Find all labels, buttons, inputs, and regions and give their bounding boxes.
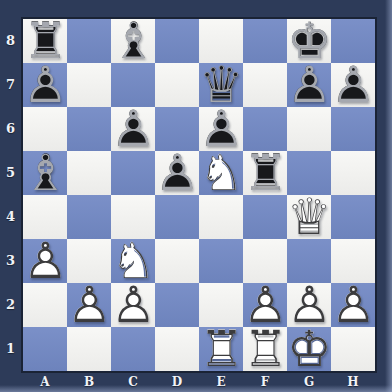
rank-label-5: 5	[0, 151, 21, 195]
square-d8[interactable]	[155, 19, 199, 63]
black-queen-e7[interactable]: ♛♕	[199, 63, 243, 107]
piece-glyph-outline: ♙	[155, 151, 199, 195]
square-f5[interactable]: ♜♖	[243, 151, 287, 195]
file-label-c: C	[111, 374, 155, 390]
square-a3[interactable]: ♟♙	[23, 239, 67, 283]
square-a7[interactable]: ♟♙	[23, 63, 67, 107]
piece-glyph-outline: ♙	[111, 107, 155, 151]
file-label-h: H	[331, 374, 375, 390]
square-f3[interactable]	[243, 239, 287, 283]
square-d6[interactable]	[155, 107, 199, 151]
piece-glyph-outline: ♖	[243, 327, 287, 371]
rank-label-2: 2	[0, 283, 21, 327]
piece-glyph-fill: ♟	[199, 107, 243, 151]
piece-glyph-fill: ♟	[287, 283, 331, 327]
white-pawn-f2[interactable]: ♟♙	[243, 283, 287, 327]
square-a4[interactable]	[23, 195, 67, 239]
piece-glyph-outline: ♖	[23, 19, 67, 63]
piece-glyph-outline: ♙	[287, 283, 331, 327]
square-e1[interactable]: ♜♖	[199, 327, 243, 371]
piece-glyph-fill: ♟	[287, 63, 331, 107]
square-f2[interactable]: ♟♙	[243, 283, 287, 327]
square-a8[interactable]: ♜♖	[23, 19, 67, 63]
square-h6[interactable]	[331, 107, 375, 151]
square-h1[interactable]	[331, 327, 375, 371]
piece-glyph-fill: ♟	[155, 151, 199, 195]
piece-glyph-outline: ♗	[23, 151, 67, 195]
square-h5[interactable]	[331, 151, 375, 195]
square-c6[interactable]: ♟♙	[111, 107, 155, 151]
rank-label-7: 7	[0, 63, 21, 107]
chess-board: ♜♖♝♗♚♔♟♙♛♕♟♙♟♙♟♙♟♙♝♗♟♙♞♘♜♖♛♕♟♙♞♘♟♙♟♙♟♙♟♙…	[21, 17, 377, 373]
square-g3[interactable]	[287, 239, 331, 283]
black-pawn-c6[interactable]: ♟♙	[111, 107, 155, 151]
square-a6[interactable]	[23, 107, 67, 151]
white-rook-e1[interactable]: ♜♖	[199, 327, 243, 371]
piece-glyph-outline: ♙	[23, 63, 67, 107]
piece-glyph-fill: ♟	[67, 283, 111, 327]
square-b8[interactable]	[67, 19, 111, 63]
rank-label-8: 8	[0, 19, 21, 63]
board-frame: ♜♖♝♗♚♔♟♙♛♕♟♙♟♙♟♙♟♙♝♗♟♙♞♘♜♖♛♕♟♙♞♘♟♙♟♙♟♙♟♙…	[0, 0, 392, 392]
square-h3[interactable]	[331, 239, 375, 283]
piece-glyph-fill: ♜	[199, 327, 243, 371]
square-f1[interactable]: ♜♖	[243, 327, 287, 371]
square-g2[interactable]: ♟♙	[287, 283, 331, 327]
square-g4[interactable]: ♛♕	[287, 195, 331, 239]
piece-glyph-fill: ♟	[111, 107, 155, 151]
black-pawn-e6[interactable]: ♟♙	[199, 107, 243, 151]
piece-glyph-fill: ♜	[243, 151, 287, 195]
square-e6[interactable]: ♟♙	[199, 107, 243, 151]
white-knight-c3[interactable]: ♞♘	[111, 239, 155, 283]
piece-glyph-fill: ♚	[287, 19, 331, 63]
black-king-g8[interactable]: ♚♔	[287, 19, 331, 63]
piece-glyph-fill: ♟	[23, 239, 67, 283]
white-pawn-c2[interactable]: ♟♙	[111, 283, 155, 327]
square-b7[interactable]	[67, 63, 111, 107]
square-g5[interactable]	[287, 151, 331, 195]
piece-glyph-outline: ♗	[111, 19, 155, 63]
square-h8[interactable]	[331, 19, 375, 63]
square-b2[interactable]: ♟♙	[67, 283, 111, 327]
piece-glyph-fill: ♝	[111, 19, 155, 63]
square-d1[interactable]	[155, 327, 199, 371]
piece-glyph-outline: ♘	[111, 239, 155, 283]
piece-glyph-outline: ♙	[23, 239, 67, 283]
white-pawn-h2[interactable]: ♟♙	[331, 283, 375, 327]
rank-label-1: 1	[0, 327, 21, 371]
square-c4[interactable]	[111, 195, 155, 239]
rank-label-3: 3	[0, 239, 21, 283]
black-bishop-a5[interactable]: ♝♗	[23, 151, 67, 195]
piece-glyph-fill: ♟	[331, 63, 375, 107]
square-a2[interactable]	[23, 283, 67, 327]
square-g6[interactable]	[287, 107, 331, 151]
piece-glyph-fill: ♟	[243, 283, 287, 327]
square-e7[interactable]: ♛♕	[199, 63, 243, 107]
piece-glyph-outline: ♙	[331, 63, 375, 107]
white-rook-f1[interactable]: ♜♖	[243, 327, 287, 371]
piece-glyph-fill: ♝	[23, 151, 67, 195]
piece-glyph-fill: ♞	[199, 151, 243, 195]
file-label-e: E	[199, 374, 243, 390]
piece-glyph-outline: ♙	[331, 283, 375, 327]
piece-glyph-outline: ♙	[243, 283, 287, 327]
square-c1[interactable]	[111, 327, 155, 371]
square-g1[interactable]: ♚♔	[287, 327, 331, 371]
square-b3[interactable]	[67, 239, 111, 283]
square-b1[interactable]	[67, 327, 111, 371]
square-h4[interactable]	[331, 195, 375, 239]
white-pawn-g2[interactable]: ♟♙	[287, 283, 331, 327]
black-pawn-g7[interactable]: ♟♙	[287, 63, 331, 107]
square-e8[interactable]	[199, 19, 243, 63]
square-c5[interactable]	[111, 151, 155, 195]
white-queen-g4[interactable]: ♛♕	[287, 195, 331, 239]
square-e3[interactable]	[199, 239, 243, 283]
white-pawn-a3[interactable]: ♟♙	[23, 239, 67, 283]
square-e4[interactable]	[199, 195, 243, 239]
piece-glyph-outline: ♙	[199, 107, 243, 151]
square-d7[interactable]	[155, 63, 199, 107]
piece-glyph-fill: ♟	[111, 283, 155, 327]
piece-glyph-outline: ♖	[243, 151, 287, 195]
square-g8[interactable]: ♚♔	[287, 19, 331, 63]
file-label-a: A	[23, 374, 67, 390]
piece-glyph-fill: ♜	[243, 327, 287, 371]
white-knight-e5[interactable]: ♞♘	[199, 151, 243, 195]
square-b6[interactable]	[67, 107, 111, 151]
file-label-d: D	[155, 374, 199, 390]
square-d2[interactable]	[155, 283, 199, 327]
piece-glyph-outline: ♕	[199, 63, 243, 107]
square-d4[interactable]	[155, 195, 199, 239]
black-pawn-a7[interactable]: ♟♙	[23, 63, 67, 107]
rank-label-4: 4	[0, 195, 21, 239]
piece-glyph-outline: ♙	[111, 283, 155, 327]
piece-glyph-fill: ♟	[23, 63, 67, 107]
piece-glyph-outline: ♕	[287, 195, 331, 239]
square-h2[interactable]: ♟♙	[331, 283, 375, 327]
square-d5[interactable]: ♟♙	[155, 151, 199, 195]
file-label-b: B	[67, 374, 111, 390]
square-b5[interactable]	[67, 151, 111, 195]
piece-glyph-outline: ♔	[287, 327, 331, 371]
square-g7[interactable]: ♟♙	[287, 63, 331, 107]
square-f6[interactable]	[243, 107, 287, 151]
square-a5[interactable]: ♝♗	[23, 151, 67, 195]
square-e2[interactable]	[199, 283, 243, 327]
square-e5[interactable]: ♞♘	[199, 151, 243, 195]
piece-glyph-outline: ♔	[287, 19, 331, 63]
square-c2[interactable]: ♟♙	[111, 283, 155, 327]
black-rook-f5[interactable]: ♜♖	[243, 151, 287, 195]
piece-glyph-outline: ♙	[287, 63, 331, 107]
piece-glyph-fill: ♞	[111, 239, 155, 283]
square-a1[interactable]	[23, 327, 67, 371]
white-king-g1[interactable]: ♚♔	[287, 327, 331, 371]
piece-glyph-fill: ♚	[287, 327, 331, 371]
square-b4[interactable]	[67, 195, 111, 239]
file-label-g: G	[287, 374, 331, 390]
white-pawn-b2[interactable]: ♟♙	[67, 283, 111, 327]
piece-glyph-fill: ♛	[287, 195, 331, 239]
square-f4[interactable]	[243, 195, 287, 239]
rank-label-6: 6	[0, 107, 21, 151]
piece-glyph-outline: ♙	[67, 283, 111, 327]
black-bishop-c8[interactable]: ♝♗	[111, 19, 155, 63]
piece-glyph-fill: ♟	[331, 283, 375, 327]
black-pawn-h7[interactable]: ♟♙	[331, 63, 375, 107]
square-h7[interactable]: ♟♙	[331, 63, 375, 107]
square-d3[interactable]	[155, 239, 199, 283]
square-c3[interactable]: ♞♘	[111, 239, 155, 283]
black-pawn-d5[interactable]: ♟♙	[155, 151, 199, 195]
piece-glyph-fill: ♜	[23, 19, 67, 63]
file-label-f: F	[243, 374, 287, 390]
square-f8[interactable]	[243, 19, 287, 63]
piece-glyph-fill: ♛	[199, 63, 243, 107]
square-f7[interactable]	[243, 63, 287, 107]
square-c8[interactable]: ♝♗	[111, 19, 155, 63]
square-c7[interactable]	[111, 63, 155, 107]
piece-glyph-outline: ♘	[199, 151, 243, 195]
piece-glyph-outline: ♖	[199, 327, 243, 371]
black-rook-a8[interactable]: ♜♖	[23, 19, 67, 63]
